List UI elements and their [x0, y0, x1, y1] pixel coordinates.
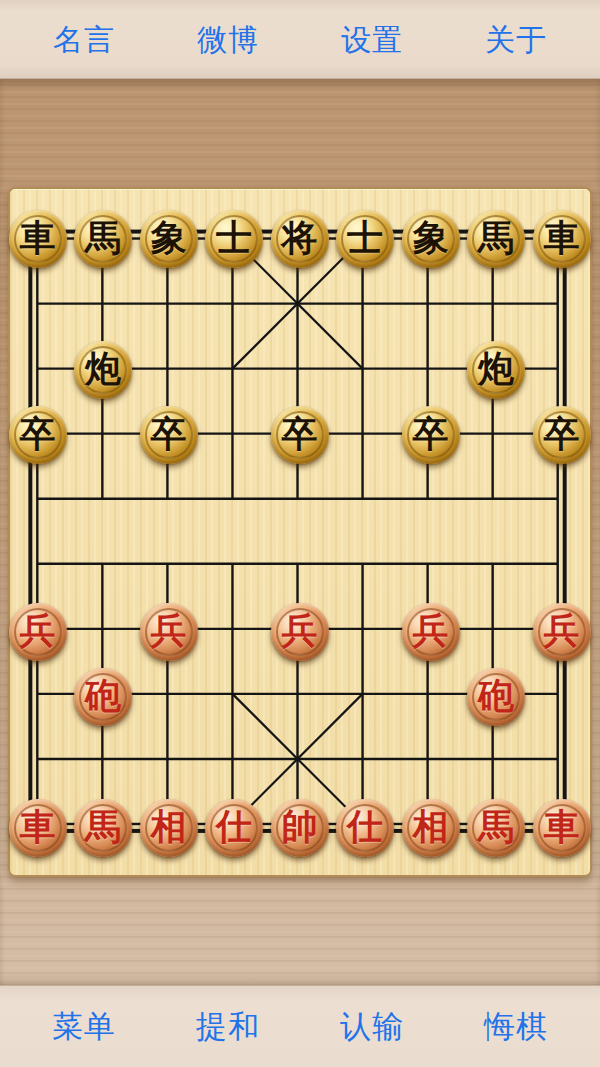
piece-character: 兵 [544, 613, 580, 649]
point-6-9[interactable]: 相 [398, 795, 464, 861]
weibo-button[interactable]: 微博 [193, 17, 263, 63]
piece-black-soldier[interactable]: 卒 [271, 406, 329, 464]
piece-character: 砲 [478, 678, 514, 714]
piece-red-soldier[interactable]: 兵 [140, 603, 198, 661]
piece-character: 兵 [151, 613, 187, 649]
point-7-7[interactable]: 砲 [463, 664, 529, 730]
piece-character: 馬 [85, 809, 121, 845]
xiangqi-board[interactable]: 車馬象士将士象馬車炮炮卒卒卒卒卒兵兵兵兵兵砲砲車馬相仕帥仕相馬車 [8, 187, 592, 877]
piece-black-soldier[interactable]: 卒 [9, 406, 67, 464]
point-8-6[interactable]: 兵 [529, 599, 595, 665]
piece-character: 仕 [216, 809, 252, 845]
piece-character: 卒 [20, 416, 56, 452]
piece-red-cannon[interactable]: 砲 [467, 668, 525, 726]
point-4-3[interactable]: 卒 [267, 402, 333, 468]
piece-red-soldier[interactable]: 兵 [271, 603, 329, 661]
piece-black-elephant[interactable]: 象 [140, 210, 198, 268]
point-3-0[interactable]: 士 [201, 206, 267, 272]
point-8-9[interactable]: 車 [529, 795, 595, 861]
quotes-button[interactable]: 名言 [49, 17, 119, 63]
point-0-6[interactable]: 兵 [5, 599, 71, 665]
piece-black-horse[interactable]: 馬 [467, 210, 525, 268]
menu-button[interactable]: 菜单 [48, 1003, 120, 1050]
offer-draw-button[interactable]: 提和 [192, 1003, 264, 1050]
piece-character: 象 [413, 220, 449, 256]
piece-character: 馬 [478, 220, 514, 256]
point-6-3[interactable]: 卒 [398, 402, 464, 468]
piece-character: 車 [544, 809, 580, 845]
piece-red-soldier[interactable]: 兵 [533, 603, 591, 661]
point-7-9[interactable]: 馬 [463, 795, 529, 861]
piece-red-elephant[interactable]: 相 [402, 799, 460, 857]
piece-character: 兵 [20, 613, 56, 649]
piece-red-horse[interactable]: 馬 [74, 799, 132, 857]
piece-red-advisor[interactable]: 仕 [336, 799, 394, 857]
piece-character: 馬 [478, 809, 514, 845]
piece-character: 車 [20, 220, 56, 256]
piece-character: 卒 [413, 416, 449, 452]
piece-character: 士 [216, 220, 252, 256]
point-1-0[interactable]: 馬 [70, 206, 136, 272]
piece-red-elephant[interactable]: 相 [140, 799, 198, 857]
piece-black-advisor[interactable]: 士 [336, 210, 394, 268]
piece-black-general[interactable]: 将 [271, 210, 329, 268]
piece-red-soldier[interactable]: 兵 [9, 603, 67, 661]
piece-character: 仕 [347, 809, 383, 845]
point-4-6[interactable]: 兵 [267, 599, 333, 665]
resign-button[interactable]: 认输 [336, 1003, 408, 1050]
piece-black-soldier[interactable]: 卒 [402, 406, 460, 464]
piece-character: 卒 [151, 416, 187, 452]
point-5-0[interactable]: 士 [332, 206, 398, 272]
piece-character: 炮 [478, 351, 514, 387]
piece-red-soldier[interactable]: 兵 [402, 603, 460, 661]
piece-character: 将 [282, 220, 318, 256]
bottom-bar: 菜单 提和 认输 悔棋 [0, 985, 600, 1067]
piece-character: 帥 [282, 809, 318, 845]
piece-character: 士 [347, 220, 383, 256]
point-6-6[interactable]: 兵 [398, 599, 464, 665]
point-2-6[interactable]: 兵 [136, 599, 202, 665]
piece-character: 砲 [85, 678, 121, 714]
xiangqi-app-screen: 名言 微博 设置 关于 [0, 0, 600, 1067]
piece-black-advisor[interactable]: 士 [205, 210, 263, 268]
piece-character: 兵 [413, 613, 449, 649]
point-7-2[interactable]: 炮 [463, 337, 529, 403]
piece-black-cannon[interactable]: 炮 [467, 341, 525, 399]
point-0-3[interactable]: 卒 [5, 402, 71, 468]
piece-character: 車 [20, 809, 56, 845]
point-3-9[interactable]: 仕 [201, 795, 267, 861]
point-2-0[interactable]: 象 [136, 206, 202, 272]
point-1-7[interactable]: 砲 [70, 664, 136, 730]
point-8-3[interactable]: 卒 [529, 402, 595, 468]
point-0-0[interactable]: 車 [5, 206, 71, 272]
piece-red-chariot[interactable]: 車 [533, 799, 591, 857]
piece-red-horse[interactable]: 馬 [467, 799, 525, 857]
wooden-table-background: 車馬象士将士象馬車炮炮卒卒卒卒卒兵兵兵兵兵砲砲車馬相仕帥仕相馬車 [0, 79, 600, 985]
piece-character: 馬 [85, 220, 121, 256]
piece-character: 炮 [85, 351, 121, 387]
piece-red-chariot[interactable]: 車 [9, 799, 67, 857]
about-button[interactable]: 关于 [481, 17, 551, 63]
point-5-9[interactable]: 仕 [332, 795, 398, 861]
piece-black-chariot[interactable]: 車 [533, 210, 591, 268]
piece-character: 兵 [282, 613, 318, 649]
piece-character: 卒 [544, 416, 580, 452]
piece-character: 相 [151, 809, 187, 845]
piece-black-chariot[interactable]: 車 [9, 210, 67, 268]
piece-black-soldier[interactable]: 卒 [533, 406, 591, 464]
point-4-0[interactable]: 将 [267, 206, 333, 272]
piece-black-elephant[interactable]: 象 [402, 210, 460, 268]
settings-button[interactable]: 设置 [337, 17, 407, 63]
piece-red-cannon[interactable]: 砲 [74, 668, 132, 726]
piece-character: 卒 [282, 416, 318, 452]
point-1-9[interactable]: 馬 [70, 795, 136, 861]
piece-character: 象 [151, 220, 187, 256]
piece-red-advisor[interactable]: 仕 [205, 799, 263, 857]
point-0-9[interactable]: 車 [5, 795, 71, 861]
undo-move-button[interactable]: 悔棋 [480, 1003, 552, 1050]
point-6-0[interactable]: 象 [398, 206, 464, 272]
top-bar: 名言 微博 设置 关于 [0, 0, 600, 79]
point-1-2[interactable]: 炮 [70, 337, 136, 403]
point-8-0[interactable]: 車 [529, 206, 595, 272]
point-2-3[interactable]: 卒 [136, 402, 202, 468]
point-4-9[interactable]: 帥 [267, 795, 333, 861]
piece-black-horse[interactable]: 馬 [74, 210, 132, 268]
piece-character: 相 [413, 809, 449, 845]
piece-black-cannon[interactable]: 炮 [74, 341, 132, 399]
piece-character: 車 [544, 220, 580, 256]
board-intersection-grid[interactable]: 車馬象士将士象馬車炮炮卒卒卒卒卒兵兵兵兵兵砲砲車馬相仕帥仕相馬車 [5, 206, 595, 861]
piece-black-soldier[interactable]: 卒 [140, 406, 198, 464]
point-2-9[interactable]: 相 [136, 795, 202, 861]
piece-red-general[interactable]: 帥 [271, 799, 329, 857]
point-7-0[interactable]: 馬 [463, 206, 529, 272]
